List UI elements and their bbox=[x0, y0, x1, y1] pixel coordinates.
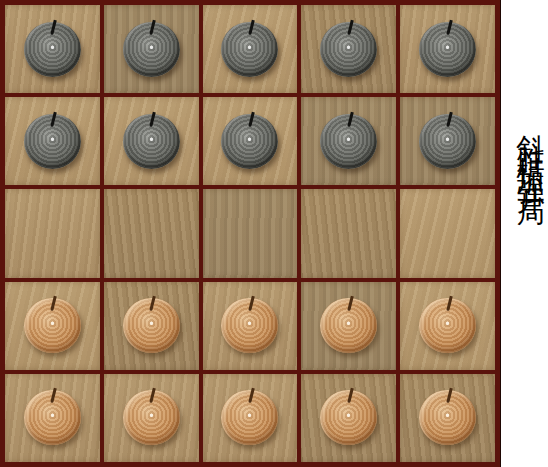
board-cell[interactable] bbox=[5, 374, 100, 462]
light-stone[interactable] bbox=[221, 298, 278, 353]
board-cell[interactable] bbox=[203, 97, 298, 185]
board-cell[interactable] bbox=[400, 5, 495, 93]
board-cell[interactable] bbox=[203, 189, 298, 277]
board-cell[interactable] bbox=[301, 282, 396, 370]
board-cell[interactable] bbox=[104, 374, 199, 462]
board-cell[interactable] bbox=[104, 189, 199, 277]
board-cell[interactable] bbox=[203, 374, 298, 462]
board-cell[interactable] bbox=[203, 282, 298, 370]
board-cell[interactable] bbox=[104, 5, 199, 93]
light-stone[interactable] bbox=[419, 390, 476, 445]
board-cell[interactable] bbox=[5, 282, 100, 370]
dark-stone[interactable] bbox=[24, 114, 81, 169]
light-stone[interactable] bbox=[320, 298, 377, 353]
dark-stone[interactable] bbox=[221, 22, 278, 77]
dark-stone[interactable] bbox=[123, 114, 180, 169]
vertical-caption: 斜胜棋加强开局 bbox=[510, 112, 548, 402]
board-cell[interactable] bbox=[400, 189, 495, 277]
light-stone[interactable] bbox=[24, 298, 81, 353]
dark-stone[interactable] bbox=[419, 22, 476, 77]
light-stone[interactable] bbox=[123, 298, 180, 353]
board-cell[interactable] bbox=[104, 97, 199, 185]
board-cell[interactable] bbox=[301, 97, 396, 185]
board-cell[interactable] bbox=[301, 374, 396, 462]
board-cell[interactable] bbox=[400, 374, 495, 462]
board-cell[interactable] bbox=[203, 5, 298, 93]
board-cell[interactable] bbox=[5, 5, 100, 93]
board-cell[interactable] bbox=[5, 189, 100, 277]
board-cell[interactable] bbox=[400, 282, 495, 370]
game-board bbox=[0, 0, 500, 467]
board-cell[interactable] bbox=[104, 282, 199, 370]
dark-stone[interactable] bbox=[320, 114, 377, 169]
light-stone[interactable] bbox=[320, 390, 377, 445]
dark-stone[interactable] bbox=[419, 114, 476, 169]
light-stone[interactable] bbox=[123, 390, 180, 445]
board-grid bbox=[5, 5, 495, 462]
dark-stone[interactable] bbox=[24, 22, 81, 77]
light-stone[interactable] bbox=[24, 390, 81, 445]
light-stone[interactable] bbox=[419, 298, 476, 353]
dark-stone[interactable] bbox=[320, 22, 377, 77]
board-cell[interactable] bbox=[301, 5, 396, 93]
screenshot-stage: 斜胜棋加强开局 bbox=[0, 0, 548, 467]
board-cell[interactable] bbox=[301, 189, 396, 277]
light-stone[interactable] bbox=[221, 390, 278, 445]
board-cell[interactable] bbox=[400, 97, 495, 185]
dark-stone[interactable] bbox=[123, 22, 180, 77]
board-cell[interactable] bbox=[5, 97, 100, 185]
dark-stone[interactable] bbox=[221, 114, 278, 169]
